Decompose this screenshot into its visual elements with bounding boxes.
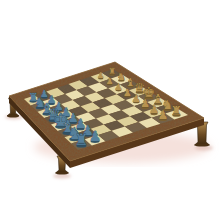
piece-white-pawn-h2: ♟	[89, 128, 102, 144]
piece-black-rook-a8: ♜	[108, 66, 116, 76]
piece-black-pawn-b7: ♟	[106, 76, 114, 86]
pawn-glyph: ♟	[106, 76, 114, 86]
chess-set-scene: ♜♟♞♟♝♟♛♟♟♚♜♟♝♟♞♟♞♟♟♝♜♟♟♛♟♚♟♝♟♞♟♜	[0, 0, 220, 220]
piece-black-pawn-d7: ♟	[123, 87, 132, 98]
pawn-glyph: ♟	[123, 87, 132, 98]
pawn-glyph: ♟	[97, 70, 104, 80]
rook-glyph: ♜	[108, 66, 116, 76]
pawn-glyph: ♟	[158, 108, 169, 122]
piece-black-pawn-c7: ♟	[114, 81, 122, 92]
pawn-glyph: ♟	[114, 81, 122, 92]
piece-black-pawn-h7: ♟	[158, 108, 169, 122]
piece-black-rook-h8: ♜	[171, 103, 182, 118]
rook-glyph: ♜	[74, 130, 88, 149]
piece-black-pawn-a7: ♟	[97, 70, 104, 80]
product-photo: ♜♟♞♟♝♟♛♟♟♚♜♟♝♟♞♟♞♟♟♝♜♟♟♛♟♚♟♝♟♞♟♜	[0, 0, 220, 220]
pawn-glyph: ♟	[89, 128, 102, 144]
rook-glyph: ♜	[171, 103, 182, 118]
piece-white-rook-h1: ♜	[74, 130, 88, 149]
